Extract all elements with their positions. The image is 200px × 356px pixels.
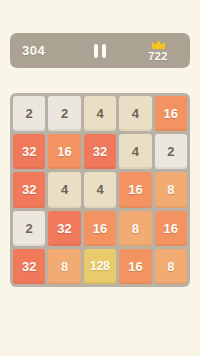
tile-r3c1: 32 (13, 172, 45, 207)
board[interactable]: 22441632163242324416823216816328128168 (10, 93, 190, 287)
pause-icon (94, 44, 98, 58)
pause-icon (102, 44, 106, 58)
best-score-block: 722 (138, 39, 178, 62)
tile-r1c5: 16 (155, 96, 187, 131)
tile-r5c5: 8 (155, 249, 187, 284)
tile-r1c4: 4 (119, 96, 151, 131)
tile-r3c3: 4 (84, 172, 116, 207)
tile-r2c1: 32 (13, 134, 45, 169)
tile-r3c4: 16 (119, 172, 151, 207)
tile-r2c2: 16 (48, 134, 80, 169)
tile-r2c3: 32 (84, 134, 116, 169)
tile-r3c2: 4 (48, 172, 80, 207)
tile-r5c4: 16 (119, 249, 151, 284)
tile-r3c5: 8 (155, 172, 187, 207)
score-bar: 304 722 (10, 33, 190, 68)
crown-icon (151, 39, 166, 50)
tile-r1c1: 2 (13, 96, 45, 131)
tile-r2c5: 2 (155, 134, 187, 169)
tile-r5c2: 8 (48, 249, 80, 284)
tile-r5c1: 32 (13, 249, 45, 284)
best-score-value: 722 (148, 51, 167, 62)
tile-r4c2: 32 (48, 211, 80, 246)
tile-r4c4: 8 (119, 211, 151, 246)
tile-r1c2: 2 (48, 96, 80, 131)
pause-button[interactable] (90, 40, 110, 62)
tile-r4c1: 2 (13, 211, 45, 246)
score-value: 304 (22, 43, 62, 58)
tile-r2c4: 4 (119, 134, 151, 169)
tile-r1c3: 4 (84, 96, 116, 131)
tile-r4c3: 16 (84, 211, 116, 246)
tile-r5c3: 128 (84, 249, 116, 284)
tile-r4c5: 16 (155, 211, 187, 246)
